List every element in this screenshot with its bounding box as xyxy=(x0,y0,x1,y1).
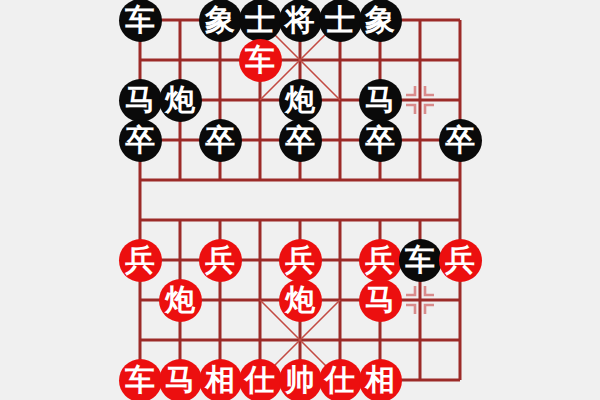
board-point-0-4[interactable] xyxy=(120,160,160,200)
piece-red-chariot[interactable]: 车 xyxy=(119,359,162,400)
board-point-2-9[interactable]: 相 xyxy=(200,360,240,400)
board-point-1-0[interactable] xyxy=(160,0,200,40)
board-point-6-6[interactable]: 兵 xyxy=(360,240,400,280)
board-point-6-9[interactable]: 相 xyxy=(360,360,400,400)
piece-red-horse[interactable]: 马 xyxy=(359,279,402,322)
board-point-7-6[interactable]: 车 xyxy=(400,240,440,280)
board-point-2-6[interactable]: 兵 xyxy=(200,240,240,280)
board-point-8-6[interactable]: 兵 xyxy=(440,240,480,280)
piece-red-advisor[interactable]: 仕 xyxy=(319,359,362,400)
xiangqi-board: 车象士将士象车马炮炮马卒卒卒卒卒兵兵兵兵车兵炮炮马车马相仕帅仕相 xyxy=(120,0,480,400)
piece-red-soldier[interactable]: 兵 xyxy=(199,239,242,282)
board-point-0-2[interactable]: 马 xyxy=(120,80,160,120)
board-point-6-5[interactable] xyxy=(360,200,400,240)
board-point-0-3[interactable]: 卒 xyxy=(120,120,160,160)
board-point-0-0[interactable]: 车 xyxy=(120,0,160,40)
board-point-3-5[interactable] xyxy=(240,200,280,240)
board-point-0-5[interactable] xyxy=(120,200,160,240)
piece-red-soldier[interactable]: 兵 xyxy=(279,239,322,282)
piece-red-horse[interactable]: 马 xyxy=(159,359,202,400)
piece-black-advisor[interactable]: 士 xyxy=(319,0,362,42)
board-point-8-9[interactable] xyxy=(440,360,480,400)
board-point-5-4[interactable] xyxy=(320,160,360,200)
board-point-3-1[interactable]: 车 xyxy=(240,40,280,80)
piece-black-soldier[interactable]: 卒 xyxy=(439,119,482,162)
board-point-8-5[interactable] xyxy=(440,200,480,240)
board-point-5-6[interactable] xyxy=(320,240,360,280)
piece-black-elephant[interactable]: 象 xyxy=(199,0,242,42)
piece-red-soldier[interactable]: 兵 xyxy=(439,239,482,282)
board-point-8-7[interactable] xyxy=(440,280,480,320)
board-point-1-2[interactable]: 炮 xyxy=(160,80,200,120)
board-point-0-7[interactable] xyxy=(120,280,160,320)
board-point-4-2[interactable]: 炮 xyxy=(280,80,320,120)
board-point-3-9[interactable]: 仕 xyxy=(240,360,280,400)
board-point-4-1[interactable] xyxy=(280,40,320,80)
piece-red-elephant[interactable]: 相 xyxy=(199,359,242,400)
board-point-5-0[interactable]: 士 xyxy=(320,0,360,40)
board-point-7-7[interactable] xyxy=(400,280,440,320)
board-point-3-2[interactable] xyxy=(240,80,280,120)
piece-black-soldier[interactable]: 卒 xyxy=(359,119,402,162)
board-point-3-3[interactable] xyxy=(240,120,280,160)
piece-black-cannon[interactable]: 炮 xyxy=(159,79,202,122)
piece-black-elephant[interactable]: 象 xyxy=(359,0,402,42)
board-point-5-2[interactable] xyxy=(320,80,360,120)
piece-black-soldier[interactable]: 卒 xyxy=(199,119,242,162)
board-point-4-8[interactable] xyxy=(280,320,320,360)
board-point-0-8[interactable] xyxy=(120,320,160,360)
piece-red-cannon[interactable]: 炮 xyxy=(279,279,322,322)
board-point-3-0[interactable]: 士 xyxy=(240,0,280,40)
board-point-4-5[interactable] xyxy=(280,200,320,240)
piece-black-horse[interactable]: 马 xyxy=(359,79,402,122)
board-point-2-4[interactable] xyxy=(200,160,240,200)
board-point-3-4[interactable] xyxy=(240,160,280,200)
board-point-3-8[interactable] xyxy=(240,320,280,360)
board-point-5-3[interactable] xyxy=(320,120,360,160)
board-point-2-3[interactable]: 卒 xyxy=(200,120,240,160)
board-point-1-3[interactable] xyxy=(160,120,200,160)
board-point-1-6[interactable] xyxy=(160,240,200,280)
board-point-5-8[interactable] xyxy=(320,320,360,360)
piece-red-general[interactable]: 帅 xyxy=(279,359,322,400)
board-point-6-4[interactable] xyxy=(360,160,400,200)
xiangqi-app: 车象士将士象车马炮炮马卒卒卒卒卒兵兵兵兵车兵炮炮马车马相仕帅仕相 xyxy=(0,0,600,400)
piece-black-soldier[interactable]: 卒 xyxy=(279,119,322,162)
board-point-1-9[interactable]: 马 xyxy=(160,360,200,400)
board-point-2-2[interactable] xyxy=(200,80,240,120)
board-point-6-7[interactable]: 马 xyxy=(360,280,400,320)
piece-red-soldier[interactable]: 兵 xyxy=(359,239,402,282)
board-point-2-7[interactable] xyxy=(200,280,240,320)
board-point-5-7[interactable] xyxy=(320,280,360,320)
board-point-7-5[interactable] xyxy=(400,200,440,240)
piece-black-horse[interactable]: 马 xyxy=(119,79,162,122)
board-point-8-4[interactable] xyxy=(440,160,480,200)
board-point-4-9[interactable]: 帅 xyxy=(280,360,320,400)
board-point-8-0[interactable] xyxy=(440,0,480,40)
board-point-3-6[interactable] xyxy=(240,240,280,280)
piece-black-chariot[interactable]: 车 xyxy=(119,0,162,42)
board-point-2-0[interactable]: 象 xyxy=(200,0,240,40)
board-point-4-3[interactable]: 卒 xyxy=(280,120,320,160)
board-point-6-0[interactable]: 象 xyxy=(360,0,400,40)
board-point-6-2[interactable]: 马 xyxy=(360,80,400,120)
board-point-5-9[interactable]: 仕 xyxy=(320,360,360,400)
board-point-2-5[interactable] xyxy=(200,200,240,240)
board-point-6-1[interactable] xyxy=(360,40,400,80)
piece-red-cannon[interactable]: 炮 xyxy=(159,279,202,322)
board-point-1-5[interactable] xyxy=(160,200,200,240)
board-point-7-0[interactable] xyxy=(400,0,440,40)
board-point-6-3[interactable]: 卒 xyxy=(360,120,400,160)
piece-black-cannon[interactable]: 炮 xyxy=(279,79,322,122)
board-point-7-9[interactable] xyxy=(400,360,440,400)
piece-black-soldier[interactable]: 卒 xyxy=(119,119,162,162)
board-point-7-4[interactable] xyxy=(400,160,440,200)
board-point-1-7[interactable]: 炮 xyxy=(160,280,200,320)
board-point-7-1[interactable] xyxy=(400,40,440,80)
board-point-6-8[interactable] xyxy=(360,320,400,360)
piece-black-chariot[interactable]: 车 xyxy=(399,239,442,282)
board-point-8-1[interactable] xyxy=(440,40,480,80)
board-point-3-7[interactable] xyxy=(240,280,280,320)
piece-red-soldier[interactable]: 兵 xyxy=(119,239,162,282)
board-point-8-2[interactable] xyxy=(440,80,480,120)
board-point-0-6[interactable]: 兵 xyxy=(120,240,160,280)
board-point-8-3[interactable]: 卒 xyxy=(440,120,480,160)
board-point-4-7[interactable]: 炮 xyxy=(280,280,320,320)
piece-black-general[interactable]: 将 xyxy=(279,0,322,42)
board-point-2-8[interactable] xyxy=(200,320,240,360)
board-point-7-2[interactable] xyxy=(400,80,440,120)
board-point-4-0[interactable]: 将 xyxy=(280,0,320,40)
board-point-7-8[interactable] xyxy=(400,320,440,360)
piece-black-advisor[interactable]: 士 xyxy=(239,0,282,42)
board-point-4-6[interactable]: 兵 xyxy=(280,240,320,280)
piece-red-chariot[interactable]: 车 xyxy=(239,39,282,82)
board-point-1-4[interactable] xyxy=(160,160,200,200)
board-point-4-4[interactable] xyxy=(280,160,320,200)
board-point-0-1[interactable] xyxy=(120,40,160,80)
board-point-0-9[interactable]: 车 xyxy=(120,360,160,400)
board-point-1-8[interactable] xyxy=(160,320,200,360)
piece-red-elephant[interactable]: 相 xyxy=(359,359,402,400)
board-point-1-1[interactable] xyxy=(160,40,200,80)
board-point-8-8[interactable] xyxy=(440,320,480,360)
board-point-2-1[interactable] xyxy=(200,40,240,80)
piece-red-advisor[interactable]: 仕 xyxy=(239,359,282,400)
board-point-7-3[interactable] xyxy=(400,120,440,160)
board-point-5-5[interactable] xyxy=(320,200,360,240)
board-point-5-1[interactable] xyxy=(320,40,360,80)
